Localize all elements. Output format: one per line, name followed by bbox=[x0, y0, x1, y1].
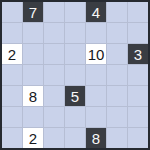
cell-r6-c2[interactable] bbox=[44, 128, 64, 148]
cell-r0-c1[interactable]: 7 bbox=[23, 2, 43, 22]
cell-r4-c2[interactable] bbox=[44, 86, 64, 106]
cell-r3-c4[interactable] bbox=[86, 65, 106, 85]
cell-r1-c6[interactable] bbox=[128, 23, 148, 43]
cell-r6-c3[interactable] bbox=[65, 128, 85, 148]
puzzle-board: 7421038528 bbox=[0, 0, 150, 150]
cell-r2-c4[interactable]: 10 bbox=[86, 44, 106, 64]
cell-r3-c3[interactable] bbox=[65, 65, 85, 85]
cell-r3-c1[interactable] bbox=[23, 65, 43, 85]
cell-r1-c4[interactable] bbox=[86, 23, 106, 43]
cell-r3-c0[interactable] bbox=[2, 65, 22, 85]
cell-r5-c1[interactable] bbox=[23, 107, 43, 127]
cell-r2-c3[interactable] bbox=[65, 44, 85, 64]
cell-r0-c0[interactable] bbox=[2, 2, 22, 22]
cell-r6-c6[interactable] bbox=[128, 128, 148, 148]
cell-r5-c4[interactable] bbox=[86, 107, 106, 127]
cell-r4-c0[interactable] bbox=[2, 86, 22, 106]
cell-r6-c5[interactable] bbox=[107, 128, 127, 148]
cell-r4-c3[interactable]: 5 bbox=[65, 86, 85, 106]
cell-r6-c0[interactable] bbox=[2, 128, 22, 148]
cell-r6-c1[interactable]: 2 bbox=[23, 128, 43, 148]
cell-r2-c0[interactable]: 2 bbox=[2, 44, 22, 64]
cell-r2-c5[interactable] bbox=[107, 44, 127, 64]
cell-r5-c0[interactable] bbox=[2, 107, 22, 127]
cell-r0-c4[interactable]: 4 bbox=[86, 2, 106, 22]
cell-r1-c2[interactable] bbox=[44, 23, 64, 43]
cell-r5-c6[interactable] bbox=[128, 107, 148, 127]
cell-r2-c1[interactable] bbox=[23, 44, 43, 64]
cell-r0-c3[interactable] bbox=[65, 2, 85, 22]
cell-r0-c6[interactable] bbox=[128, 2, 148, 22]
cell-r4-c5[interactable] bbox=[107, 86, 127, 106]
cell-r1-c5[interactable] bbox=[107, 23, 127, 43]
puzzle-grid: 7421038528 bbox=[2, 2, 148, 148]
cell-r5-c3[interactable] bbox=[65, 107, 85, 127]
cell-r0-c5[interactable] bbox=[107, 2, 127, 22]
cell-r3-c2[interactable] bbox=[44, 65, 64, 85]
cell-r5-c5[interactable] bbox=[107, 107, 127, 127]
cell-r3-c5[interactable] bbox=[107, 65, 127, 85]
cell-r2-c2[interactable] bbox=[44, 44, 64, 64]
cell-r4-c1[interactable]: 8 bbox=[23, 86, 43, 106]
cell-r1-c0[interactable] bbox=[2, 23, 22, 43]
cell-r4-c6[interactable] bbox=[128, 86, 148, 106]
cell-r6-c4[interactable]: 8 bbox=[86, 128, 106, 148]
cell-r4-c4[interactable] bbox=[86, 86, 106, 106]
cell-r2-c6[interactable]: 3 bbox=[128, 44, 148, 64]
cell-r3-c6[interactable] bbox=[128, 65, 148, 85]
cell-r1-c1[interactable] bbox=[23, 23, 43, 43]
cell-r0-c2[interactable] bbox=[44, 2, 64, 22]
cell-r1-c3[interactable] bbox=[65, 23, 85, 43]
cell-r5-c2[interactable] bbox=[44, 107, 64, 127]
